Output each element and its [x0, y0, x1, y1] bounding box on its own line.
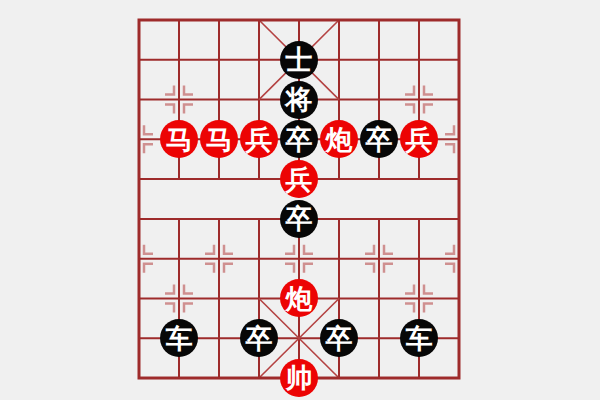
xiangqi-app-window: 士将马马兵卒炮卒兵兵卒炮车卒卒车帅 [0, 0, 600, 400]
piece-black-chariot[interactable]: 车 [400, 319, 438, 357]
piece-red-soldier[interactable]: 兵 [400, 120, 438, 158]
piece-layer: 士将马马兵卒炮卒兵兵卒炮车卒卒车帅 [119, 0, 479, 398]
piece-black-general[interactable]: 将 [280, 81, 318, 119]
piece-black-soldier[interactable]: 卒 [320, 319, 358, 357]
piece-black-advisor[interactable]: 士 [280, 41, 318, 79]
piece-black-soldier[interactable]: 卒 [360, 120, 398, 158]
piece-red-horse[interactable]: 马 [160, 120, 198, 158]
piece-black-soldier[interactable]: 卒 [280, 200, 318, 238]
piece-black-soldier[interactable]: 卒 [240, 319, 278, 357]
piece-red-general[interactable]: 帅 [280, 359, 318, 397]
piece-red-soldier[interactable]: 兵 [280, 160, 318, 198]
piece-red-cannon[interactable]: 炮 [320, 120, 358, 158]
piece-black-soldier[interactable]: 卒 [280, 120, 318, 158]
piece-red-cannon[interactable]: 炮 [280, 279, 318, 317]
piece-black-chariot[interactable]: 车 [160, 319, 198, 357]
piece-red-soldier[interactable]: 兵 [240, 120, 278, 158]
piece-red-horse[interactable]: 马 [200, 120, 238, 158]
